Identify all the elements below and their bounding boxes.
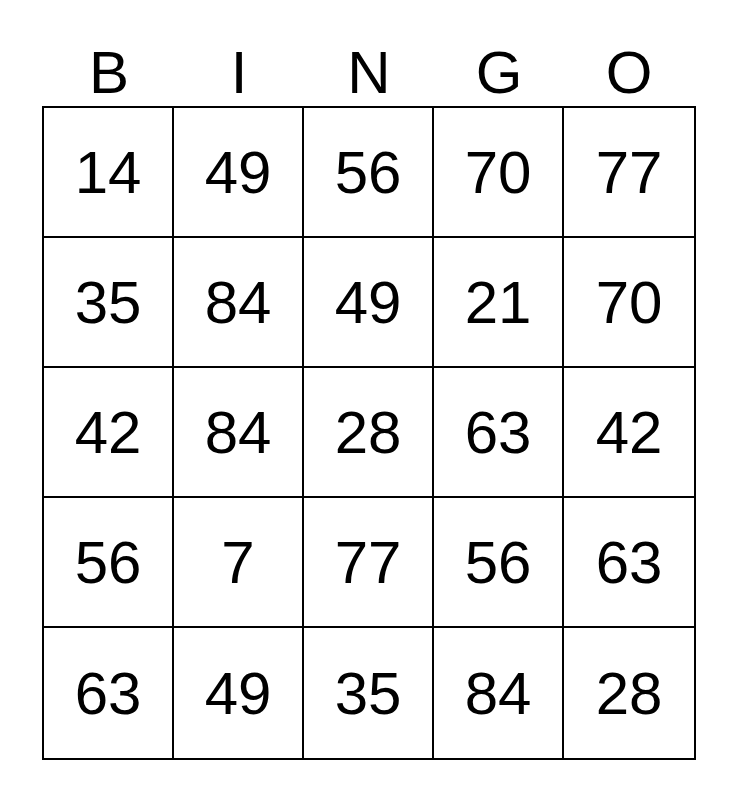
bingo-cell-r3c5[interactable]: 42 [564,368,694,498]
bingo-cell-r4c4[interactable]: 56 [434,498,564,628]
header-letter-n: N [304,40,434,106]
bingo-cell-r2c3[interactable]: 49 [304,238,434,368]
header-letter-i: I [174,40,304,106]
bingo-cell-r3c1[interactable]: 42 [44,368,174,498]
bingo-cell-r3c4[interactable]: 63 [434,368,564,498]
bingo-cell-r2c2[interactable]: 84 [174,238,304,368]
bingo-card: B I N G O 14 49 56 70 77 35 84 49 21 70 … [0,0,736,800]
bingo-header: B I N G O [44,40,694,106]
header-letter-g: G [434,40,564,106]
bingo-cell-r4c1[interactable]: 56 [44,498,174,628]
bingo-cell-r3c3[interactable]: 28 [304,368,434,498]
bingo-cell-r5c4[interactable]: 84 [434,628,564,758]
bingo-cell-r5c2[interactable]: 49 [174,628,304,758]
bingo-cell-r5c3[interactable]: 35 [304,628,434,758]
bingo-grid: 14 49 56 70 77 35 84 49 21 70 42 84 28 6… [42,106,696,760]
bingo-cell-r1c1[interactable]: 14 [44,108,174,238]
bingo-cell-r5c1[interactable]: 63 [44,628,174,758]
bingo-cell-r4c2[interactable]: 7 [174,498,304,628]
header-letter-b: B [44,40,174,106]
bingo-cell-r2c4[interactable]: 21 [434,238,564,368]
bingo-cell-r2c1[interactable]: 35 [44,238,174,368]
bingo-cell-r4c3[interactable]: 77 [304,498,434,628]
header-letter-o: O [564,40,694,106]
bingo-cell-r2c5[interactable]: 70 [564,238,694,368]
bingo-cell-r4c5[interactable]: 63 [564,498,694,628]
bingo-cell-r1c3[interactable]: 56 [304,108,434,238]
bingo-cell-r1c5[interactable]: 77 [564,108,694,238]
bingo-cell-r1c2[interactable]: 49 [174,108,304,238]
bingo-cell-r5c5[interactable]: 28 [564,628,694,758]
bingo-cell-r3c2[interactable]: 84 [174,368,304,498]
bingo-cell-r1c4[interactable]: 70 [434,108,564,238]
